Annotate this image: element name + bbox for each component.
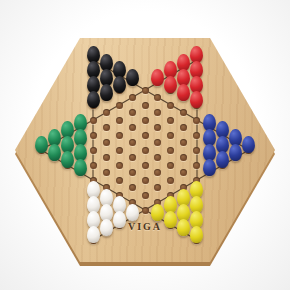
hole[interactable] <box>116 132 123 139</box>
peg-green[interactable] <box>74 159 87 176</box>
peg-black[interactable] <box>100 69 113 86</box>
hole[interactable] <box>103 154 110 161</box>
peg-white[interactable] <box>113 211 126 228</box>
hole[interactable] <box>129 94 136 101</box>
hole[interactable] <box>116 162 123 169</box>
hole[interactable] <box>129 109 136 116</box>
peg-green[interactable] <box>35 136 48 153</box>
hole[interactable] <box>116 177 123 184</box>
peg-black[interactable] <box>87 91 100 108</box>
peg-yellow[interactable] <box>164 211 177 228</box>
peg-green[interactable] <box>48 129 61 146</box>
peg-white[interactable] <box>100 204 113 221</box>
peg-blue[interactable] <box>216 151 229 168</box>
hole[interactable] <box>90 147 97 154</box>
peg-red[interactable] <box>164 76 177 93</box>
hole[interactable] <box>142 132 149 139</box>
peg-white[interactable] <box>87 226 100 243</box>
peg-white[interactable] <box>100 189 113 206</box>
peg-yellow[interactable] <box>190 226 203 243</box>
hole[interactable] <box>142 177 149 184</box>
hole[interactable] <box>103 139 110 146</box>
peg-red[interactable] <box>190 91 203 108</box>
hole[interactable] <box>142 87 149 94</box>
peg-blue[interactable] <box>242 136 255 153</box>
hole[interactable] <box>193 132 200 139</box>
peg-green[interactable] <box>48 144 61 161</box>
hole[interactable] <box>129 139 136 146</box>
hole[interactable] <box>103 169 110 176</box>
peg-white[interactable] <box>100 219 113 236</box>
hole[interactable] <box>129 169 136 176</box>
hole[interactable] <box>142 162 149 169</box>
hole[interactable] <box>193 162 200 169</box>
peg-black[interactable] <box>100 84 113 101</box>
hole[interactable] <box>142 102 149 109</box>
brand-logo: VIGA <box>128 221 162 232</box>
hole[interactable] <box>142 117 149 124</box>
hole[interactable] <box>129 124 136 131</box>
hole[interactable] <box>129 184 136 191</box>
hole[interactable] <box>103 109 110 116</box>
hole[interactable] <box>90 117 97 124</box>
hole[interactable] <box>116 102 123 109</box>
hole[interactable] <box>116 117 123 124</box>
hole[interactable] <box>116 147 123 154</box>
peg-black[interactable] <box>113 76 126 93</box>
peg-green[interactable] <box>74 114 87 131</box>
hole[interactable] <box>142 147 149 154</box>
chinese-checkers-photo: VIGA <box>0 0 290 290</box>
hole[interactable] <box>193 117 200 124</box>
hole[interactable] <box>103 124 110 131</box>
peg-green[interactable] <box>74 144 87 161</box>
hole[interactable] <box>129 154 136 161</box>
hole[interactable] <box>142 207 149 214</box>
hole[interactable] <box>90 162 97 169</box>
hole[interactable] <box>90 132 97 139</box>
hole[interactable] <box>193 147 200 154</box>
peg-black[interactable] <box>126 69 139 86</box>
peg-white[interactable] <box>126 204 139 221</box>
peg-green[interactable] <box>74 129 87 146</box>
hole[interactable] <box>142 192 149 199</box>
peg-black[interactable] <box>100 54 113 71</box>
peg-green[interactable] <box>61 151 74 168</box>
